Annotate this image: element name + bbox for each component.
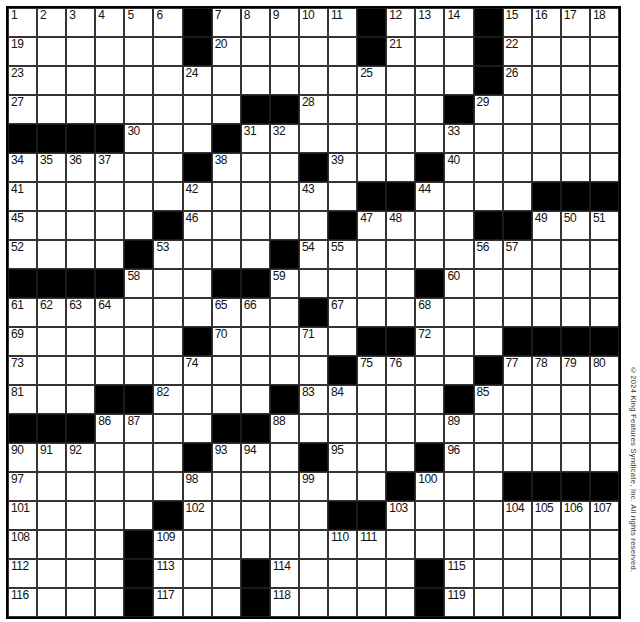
cell-r13c5[interactable] (124, 356, 153, 385)
cell-r4c20[interactable] (561, 95, 590, 124)
cell-r12c5[interactable] (124, 327, 153, 356)
cell-r19c10[interactable] (270, 530, 299, 559)
cell-r11c16[interactable] (444, 298, 473, 327)
cell-r4c17[interactable]: 29 (474, 95, 503, 124)
cell-r18c18[interactable]: 104 (503, 501, 532, 530)
cell-r19c18[interactable] (503, 530, 532, 559)
cell-r9c21[interactable] (590, 240, 619, 269)
cell-r2c19[interactable] (532, 37, 561, 66)
cell-r6c16[interactable]: 40 (444, 153, 473, 182)
cell-r16c12[interactable]: 95 (328, 443, 357, 472)
cell-r6c5[interactable] (124, 153, 153, 182)
cell-r10c16[interactable]: 60 (444, 269, 473, 298)
cell-r5c13[interactable] (357, 124, 386, 153)
cell-r17c16[interactable] (444, 472, 473, 501)
cell-r16c18[interactable] (503, 443, 532, 472)
cell-r19c2[interactable] (37, 530, 66, 559)
cell-r18c19[interactable]: 105 (532, 501, 561, 530)
cell-r2c6[interactable] (153, 37, 182, 66)
cell-r17c5[interactable] (124, 472, 153, 501)
cell-r13c1[interactable]: 73 (8, 356, 37, 385)
cell-r15c19[interactable] (532, 414, 561, 443)
cell-r12c2[interactable] (37, 327, 66, 356)
cell-r11c15[interactable]: 68 (415, 298, 444, 327)
cell-r18c10[interactable] (270, 501, 299, 530)
cell-r19c16[interactable] (444, 530, 473, 559)
cell-r21c3[interactable] (66, 588, 95, 617)
cell-r5c18[interactable] (503, 124, 532, 153)
cell-r6c9[interactable] (241, 153, 270, 182)
cell-r3c18[interactable]: 26 (503, 66, 532, 95)
cell-r7c11[interactable]: 43 (299, 182, 328, 211)
cell-r18c20[interactable]: 106 (561, 501, 590, 530)
cell-r17c8[interactable] (212, 472, 241, 501)
cell-r15c17[interactable] (474, 414, 503, 443)
cell-r15c12[interactable] (328, 414, 357, 443)
cell-r14c7[interactable] (183, 385, 212, 414)
cell-r7c3[interactable] (66, 182, 95, 211)
cell-r14c2[interactable] (37, 385, 66, 414)
cell-r2c12[interactable] (328, 37, 357, 66)
cell-r15c14[interactable] (386, 414, 415, 443)
cell-r8c21[interactable]: 51 (590, 211, 619, 240)
cell-r20c13[interactable] (357, 559, 386, 588)
cell-r6c4[interactable]: 37 (95, 153, 124, 182)
cell-r16c5[interactable] (124, 443, 153, 472)
cell-r19c15[interactable] (415, 530, 444, 559)
cell-r2c4[interactable] (95, 37, 124, 66)
cell-r2c1[interactable]: 19 (8, 37, 37, 66)
cell-r15c4[interactable]: 86 (95, 414, 124, 443)
cell-r6c13[interactable] (357, 153, 386, 182)
cell-r8c11[interactable] (299, 211, 328, 240)
cell-r14c8[interactable] (212, 385, 241, 414)
cell-r4c3[interactable] (66, 95, 95, 124)
cell-r11c6[interactable] (153, 298, 182, 327)
cell-r10c13[interactable] (357, 269, 386, 298)
cell-r10c17[interactable] (474, 269, 503, 298)
cell-r3c15[interactable] (415, 66, 444, 95)
cell-r6c6[interactable] (153, 153, 182, 182)
cell-r7c6[interactable] (153, 182, 182, 211)
cell-r4c5[interactable] (124, 95, 153, 124)
cell-r16c1[interactable]: 90 (8, 443, 37, 472)
cell-r16c4[interactable] (95, 443, 124, 472)
cell-r4c18[interactable] (503, 95, 532, 124)
cell-r20c10[interactable]: 114 (270, 559, 299, 588)
cell-r17c2[interactable] (37, 472, 66, 501)
cell-r13c8[interactable] (212, 356, 241, 385)
cell-r9c12[interactable]: 55 (328, 240, 357, 269)
cell-r12c17[interactable] (474, 327, 503, 356)
cell-r6c10[interactable] (270, 153, 299, 182)
cell-r15c11[interactable] (299, 414, 328, 443)
cell-r18c4[interactable] (95, 501, 124, 530)
cell-r14c17[interactable]: 85 (474, 385, 503, 414)
cell-r20c7[interactable] (183, 559, 212, 588)
cell-r21c16[interactable]: 119 (444, 588, 473, 617)
cell-r9c2[interactable] (37, 240, 66, 269)
cell-r7c1[interactable]: 41 (8, 182, 37, 211)
cell-r10c21[interactable] (590, 269, 619, 298)
cell-r10c20[interactable] (561, 269, 590, 298)
cell-r13c16[interactable] (444, 356, 473, 385)
cell-r18c2[interactable] (37, 501, 66, 530)
cell-r2c5[interactable] (124, 37, 153, 66)
cell-r11c1[interactable]: 61 (8, 298, 37, 327)
cell-r12c1[interactable]: 69 (8, 327, 37, 356)
cell-r5c19[interactable] (532, 124, 561, 153)
cell-r3c1[interactable]: 23 (8, 66, 37, 95)
cell-r3c13[interactable]: 25 (357, 66, 386, 95)
cell-r4c15[interactable] (415, 95, 444, 124)
cell-r6c3[interactable]: 36 (66, 153, 95, 182)
cell-r18c17[interactable] (474, 501, 503, 530)
cell-r21c10[interactable]: 118 (270, 588, 299, 617)
cell-r11c10[interactable] (270, 298, 299, 327)
cell-r4c6[interactable] (153, 95, 182, 124)
cell-r21c2[interactable] (37, 588, 66, 617)
cell-r1c12[interactable]: 11 (328, 8, 357, 37)
cell-r12c10[interactable] (270, 327, 299, 356)
cell-r3c20[interactable] (561, 66, 590, 95)
cell-r5c9[interactable]: 31 (241, 124, 270, 153)
cell-r16c17[interactable] (474, 443, 503, 472)
cell-r4c12[interactable] (328, 95, 357, 124)
cell-r10c7[interactable] (183, 269, 212, 298)
cell-r3c2[interactable] (37, 66, 66, 95)
cell-r4c8[interactable] (212, 95, 241, 124)
cell-r17c12[interactable] (328, 472, 357, 501)
cell-r18c16[interactable] (444, 501, 473, 530)
cell-r17c17[interactable] (474, 472, 503, 501)
cell-r17c10[interactable] (270, 472, 299, 501)
cell-r19c20[interactable] (561, 530, 590, 559)
cell-r16c13[interactable] (357, 443, 386, 472)
cell-r19c17[interactable] (474, 530, 503, 559)
cell-r7c12[interactable] (328, 182, 357, 211)
cell-r5c7[interactable] (183, 124, 212, 153)
cell-r4c7[interactable] (183, 95, 212, 124)
cell-r19c3[interactable] (66, 530, 95, 559)
cell-r21c17[interactable] (474, 588, 503, 617)
cell-r14c3[interactable] (66, 385, 95, 414)
cell-r11c4[interactable]: 64 (95, 298, 124, 327)
cell-r6c2[interactable]: 35 (37, 153, 66, 182)
cell-r20c6[interactable]: 113 (153, 559, 182, 588)
cell-r5c5[interactable]: 30 (124, 124, 153, 153)
cell-r9c1[interactable]: 52 (8, 240, 37, 269)
cell-r15c20[interactable] (561, 414, 590, 443)
cell-r3c5[interactable] (124, 66, 153, 95)
cell-r1c20[interactable]: 17 (561, 8, 590, 37)
cell-r19c7[interactable] (183, 530, 212, 559)
cell-r14c14[interactable] (386, 385, 415, 414)
cell-r3c3[interactable] (66, 66, 95, 95)
cell-r9c7[interactable] (183, 240, 212, 269)
cell-r21c11[interactable] (299, 588, 328, 617)
cell-r20c18[interactable] (503, 559, 532, 588)
cell-r5c16[interactable]: 33 (444, 124, 473, 153)
cell-r15c6[interactable] (153, 414, 182, 443)
cell-r11c20[interactable] (561, 298, 590, 327)
cell-r17c11[interactable]: 99 (299, 472, 328, 501)
cell-r14c13[interactable] (357, 385, 386, 414)
cell-r1c5[interactable]: 5 (124, 8, 153, 37)
cell-r18c1[interactable]: 101 (8, 501, 37, 530)
cell-r16c6[interactable] (153, 443, 182, 472)
cell-r9c14[interactable] (386, 240, 415, 269)
cell-r15c10[interactable]: 88 (270, 414, 299, 443)
cell-r9c6[interactable]: 53 (153, 240, 182, 269)
cell-r5c6[interactable] (153, 124, 182, 153)
cell-r7c7[interactable]: 42 (183, 182, 212, 211)
cell-r12c9[interactable] (241, 327, 270, 356)
cell-r20c8[interactable] (212, 559, 241, 588)
cell-r14c1[interactable]: 81 (8, 385, 37, 414)
cell-r8c1[interactable]: 45 (8, 211, 37, 240)
cell-r19c12[interactable]: 110 (328, 530, 357, 559)
cell-r13c11[interactable] (299, 356, 328, 385)
cell-r5c11[interactable] (299, 124, 328, 153)
cell-r13c20[interactable]: 79 (561, 356, 590, 385)
cell-r19c11[interactable] (299, 530, 328, 559)
cell-r9c17[interactable]: 56 (474, 240, 503, 269)
cell-r13c2[interactable] (37, 356, 66, 385)
cell-r9c9[interactable] (241, 240, 270, 269)
cell-r21c6[interactable]: 117 (153, 588, 182, 617)
cell-r20c21[interactable] (590, 559, 619, 588)
cell-r1c8[interactable]: 7 (212, 8, 241, 37)
cell-r17c13[interactable] (357, 472, 386, 501)
cell-r18c8[interactable] (212, 501, 241, 530)
cell-r6c1[interactable]: 34 (8, 153, 37, 182)
cell-r3c7[interactable]: 24 (183, 66, 212, 95)
cell-r20c16[interactable]: 115 (444, 559, 473, 588)
cell-r8c2[interactable] (37, 211, 66, 240)
cell-r16c21[interactable] (590, 443, 619, 472)
cell-r14c11[interactable]: 83 (299, 385, 328, 414)
cell-r3c19[interactable] (532, 66, 561, 95)
cell-r11c12[interactable]: 67 (328, 298, 357, 327)
cell-r8c10[interactable] (270, 211, 299, 240)
cell-r15c16[interactable]: 89 (444, 414, 473, 443)
cell-r18c7[interactable]: 102 (183, 501, 212, 530)
cell-r8c14[interactable]: 48 (386, 211, 415, 240)
cell-r18c3[interactable] (66, 501, 95, 530)
cell-r20c11[interactable] (299, 559, 328, 588)
cell-r2c18[interactable]: 22 (503, 37, 532, 66)
cell-r9c15[interactable] (415, 240, 444, 269)
cell-r20c14[interactable] (386, 559, 415, 588)
cell-r6c17[interactable] (474, 153, 503, 182)
cell-r1c9[interactable]: 8 (241, 8, 270, 37)
cell-r9c8[interactable] (212, 240, 241, 269)
cell-r10c14[interactable] (386, 269, 415, 298)
cell-r11c5[interactable] (124, 298, 153, 327)
cell-r3c6[interactable] (153, 66, 182, 95)
cell-r3c11[interactable] (299, 66, 328, 95)
cell-r14c12[interactable]: 84 (328, 385, 357, 414)
cell-r2c21[interactable] (590, 37, 619, 66)
cell-r13c21[interactable]: 80 (590, 356, 619, 385)
cell-r2c9[interactable] (241, 37, 270, 66)
cell-r7c9[interactable] (241, 182, 270, 211)
cell-r1c18[interactable]: 15 (503, 8, 532, 37)
cell-r9c4[interactable] (95, 240, 124, 269)
cell-r9c18[interactable]: 57 (503, 240, 532, 269)
cell-r8c3[interactable] (66, 211, 95, 240)
cell-r11c19[interactable] (532, 298, 561, 327)
cell-r10c11[interactable] (299, 269, 328, 298)
cell-r1c11[interactable]: 10 (299, 8, 328, 37)
cell-r17c15[interactable]: 100 (415, 472, 444, 501)
cell-r17c6[interactable] (153, 472, 182, 501)
cell-r18c14[interactable]: 103 (386, 501, 415, 530)
cell-r20c4[interactable] (95, 559, 124, 588)
cell-r4c13[interactable] (357, 95, 386, 124)
cell-r6c12[interactable]: 39 (328, 153, 357, 182)
cell-r8c5[interactable] (124, 211, 153, 240)
cell-r3c16[interactable] (444, 66, 473, 95)
cell-r15c13[interactable] (357, 414, 386, 443)
cell-r19c1[interactable]: 108 (8, 530, 37, 559)
cell-r18c21[interactable]: 107 (590, 501, 619, 530)
cell-r4c14[interactable] (386, 95, 415, 124)
cell-r11c7[interactable] (183, 298, 212, 327)
cell-r13c6[interactable] (153, 356, 182, 385)
cell-r21c7[interactable] (183, 588, 212, 617)
cell-r10c10[interactable]: 59 (270, 269, 299, 298)
cell-r1c19[interactable]: 16 (532, 8, 561, 37)
cell-r14c20[interactable] (561, 385, 590, 414)
cell-r2c16[interactable] (444, 37, 473, 66)
cell-r11c13[interactable] (357, 298, 386, 327)
cell-r11c2[interactable]: 62 (37, 298, 66, 327)
cell-r14c6[interactable]: 82 (153, 385, 182, 414)
cell-r5c17[interactable] (474, 124, 503, 153)
cell-r3c12[interactable] (328, 66, 357, 95)
cell-r13c15[interactable] (415, 356, 444, 385)
cell-r4c1[interactable]: 27 (8, 95, 37, 124)
cell-r13c19[interactable]: 78 (532, 356, 561, 385)
cell-r4c21[interactable] (590, 95, 619, 124)
cell-r5c15[interactable] (415, 124, 444, 153)
cell-r8c19[interactable]: 49 (532, 211, 561, 240)
cell-r2c10[interactable] (270, 37, 299, 66)
cell-r1c16[interactable]: 14 (444, 8, 473, 37)
cell-r7c15[interactable]: 44 (415, 182, 444, 211)
cell-r2c2[interactable] (37, 37, 66, 66)
cell-r13c9[interactable] (241, 356, 270, 385)
cell-r21c4[interactable] (95, 588, 124, 617)
cell-r16c3[interactable]: 92 (66, 443, 95, 472)
cell-r20c17[interactable] (474, 559, 503, 588)
cell-r1c15[interactable]: 13 (415, 8, 444, 37)
cell-r13c7[interactable]: 74 (183, 356, 212, 385)
cell-r4c19[interactable] (532, 95, 561, 124)
cell-r21c13[interactable] (357, 588, 386, 617)
cell-r9c19[interactable] (532, 240, 561, 269)
cell-r17c9[interactable] (241, 472, 270, 501)
cell-r10c18[interactable] (503, 269, 532, 298)
cell-r13c13[interactable]: 75 (357, 356, 386, 385)
cell-r3c4[interactable] (95, 66, 124, 95)
cell-r2c15[interactable] (415, 37, 444, 66)
cell-r1c4[interactable]: 4 (95, 8, 124, 37)
cell-r8c20[interactable]: 50 (561, 211, 590, 240)
cell-r1c10[interactable]: 9 (270, 8, 299, 37)
cell-r5c21[interactable] (590, 124, 619, 153)
cell-r8c15[interactable] (415, 211, 444, 240)
cell-r8c8[interactable] (212, 211, 241, 240)
cell-r5c12[interactable] (328, 124, 357, 153)
cell-r21c8[interactable] (212, 588, 241, 617)
cell-r16c19[interactable] (532, 443, 561, 472)
cell-r19c6[interactable]: 109 (153, 530, 182, 559)
cell-r16c10[interactable] (270, 443, 299, 472)
cell-r1c3[interactable]: 3 (66, 8, 95, 37)
cell-r11c14[interactable] (386, 298, 415, 327)
cell-r21c19[interactable] (532, 588, 561, 617)
cell-r19c9[interactable] (241, 530, 270, 559)
cell-r20c3[interactable] (66, 559, 95, 588)
cell-r7c8[interactable] (212, 182, 241, 211)
cell-r6c21[interactable] (590, 153, 619, 182)
cell-r11c9[interactable]: 66 (241, 298, 270, 327)
cell-r5c14[interactable] (386, 124, 415, 153)
cell-r1c21[interactable]: 18 (590, 8, 619, 37)
cell-r20c1[interactable]: 112 (8, 559, 37, 588)
cell-r21c21[interactable] (590, 588, 619, 617)
cell-r10c5[interactable]: 58 (124, 269, 153, 298)
cell-r7c18[interactable] (503, 182, 532, 211)
cell-r17c3[interactable] (66, 472, 95, 501)
cell-r1c1[interactable]: 1 (8, 8, 37, 37)
cell-r1c6[interactable]: 6 (153, 8, 182, 37)
cell-r11c17[interactable] (474, 298, 503, 327)
cell-r15c18[interactable] (503, 414, 532, 443)
cell-r17c7[interactable]: 98 (183, 472, 212, 501)
cell-r13c4[interactable] (95, 356, 124, 385)
cell-r2c8[interactable]: 20 (212, 37, 241, 66)
cell-r11c18[interactable] (503, 298, 532, 327)
cell-r20c19[interactable] (532, 559, 561, 588)
cell-r5c20[interactable] (561, 124, 590, 153)
cell-r13c18[interactable]: 77 (503, 356, 532, 385)
cell-r6c18[interactable] (503, 153, 532, 182)
cell-r13c10[interactable] (270, 356, 299, 385)
cell-r4c2[interactable] (37, 95, 66, 124)
cell-r11c21[interactable] (590, 298, 619, 327)
cell-r19c14[interactable] (386, 530, 415, 559)
cell-r2c14[interactable]: 21 (386, 37, 415, 66)
cell-r7c5[interactable] (124, 182, 153, 211)
cell-r6c19[interactable] (532, 153, 561, 182)
cell-r12c6[interactable] (153, 327, 182, 356)
cell-r14c18[interactable] (503, 385, 532, 414)
cell-r18c15[interactable] (415, 501, 444, 530)
cell-r3c21[interactable] (590, 66, 619, 95)
cell-r12c16[interactable] (444, 327, 473, 356)
cell-r12c15[interactable]: 72 (415, 327, 444, 356)
cell-r8c7[interactable]: 46 (183, 211, 212, 240)
cell-r9c20[interactable] (561, 240, 590, 269)
cell-r16c16[interactable]: 96 (444, 443, 473, 472)
cell-r19c13[interactable]: 111 (357, 530, 386, 559)
cell-r15c21[interactable] (590, 414, 619, 443)
cell-r11c3[interactable]: 63 (66, 298, 95, 327)
